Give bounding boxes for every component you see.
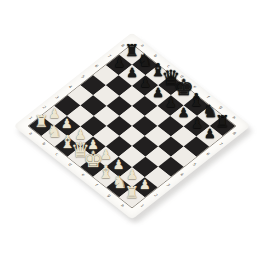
coord-label: 6 xyxy=(205,152,210,156)
coord-label: g xyxy=(106,194,111,198)
vinyl-chess-mat: ♜♞♝♛♚♝♞♜♟♟♟♟♟♟♟♟♟♟♟♟♟♟♟♟♜♞♝♛♚♝♞♜ aa88bb7… xyxy=(13,32,251,219)
coord-label: a xyxy=(28,132,33,136)
chessboard-product-photo: ♜♞♝♛♚♝♞♜♟♟♟♟♟♟♟♟♟♟♟♟♟♟♟♟♜♞♝♛♚♝♞♜ aa88bb7… xyxy=(0,0,260,260)
coord-label: b xyxy=(41,142,46,146)
coord-label: 4 xyxy=(179,173,184,177)
coord-label: 4 xyxy=(67,85,72,89)
coord-label: 8 xyxy=(231,132,236,136)
chess-board: ♜♞♝♛♚♝♞♜♟♟♟♟♟♟♟♟♟♟♟♟♟♟♟♟♜♞♝♛♚♝♞♜ xyxy=(27,44,236,209)
coord-label: d xyxy=(67,163,72,167)
coord-label: c xyxy=(54,152,59,156)
coord-label: b xyxy=(152,54,157,58)
coord-label: g xyxy=(218,106,223,110)
coord-label: 6 xyxy=(93,65,98,69)
coord-label: f xyxy=(205,96,209,99)
coord-label: 1 xyxy=(139,204,144,208)
coord-label: 7 xyxy=(218,142,223,146)
coord-label: 3 xyxy=(54,95,59,99)
coord-label: 2 xyxy=(152,194,157,198)
coord-label: f xyxy=(94,184,98,187)
coord-label: 8 xyxy=(119,44,124,48)
coord-label: h xyxy=(231,116,236,120)
coord-label: c xyxy=(166,65,171,69)
coord-label: 1 xyxy=(28,116,33,120)
coord-label: 3 xyxy=(165,183,170,187)
coord-label: e xyxy=(192,85,197,89)
coord-label: h xyxy=(119,204,124,208)
coord-label: 7 xyxy=(106,54,111,58)
coord-label: 2 xyxy=(41,106,46,110)
coord-label: e xyxy=(80,173,85,177)
coord-label: d xyxy=(179,75,184,79)
coord-label: 5 xyxy=(80,75,85,79)
coord-label: 5 xyxy=(192,163,197,167)
coord-label: a xyxy=(139,44,144,48)
